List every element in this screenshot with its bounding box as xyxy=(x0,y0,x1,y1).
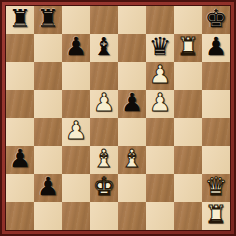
square-e5[interactable]: ♟ xyxy=(118,90,146,118)
square-e3[interactable]: ♝ xyxy=(118,146,146,174)
square-f7[interactable]: ♛ xyxy=(146,34,174,62)
square-a4[interactable] xyxy=(6,118,34,146)
black-rook-a8[interactable]: ♜ xyxy=(9,6,31,33)
square-a7[interactable] xyxy=(6,34,34,62)
square-a6[interactable] xyxy=(6,62,34,90)
square-d1[interactable] xyxy=(90,202,118,230)
white-king-d2[interactable]: ♚ xyxy=(93,174,115,201)
square-f5[interactable]: ♟ xyxy=(146,90,174,118)
square-d6[interactable] xyxy=(90,62,118,90)
square-h5[interactable] xyxy=(202,90,230,118)
square-b8[interactable]: ♜ xyxy=(34,6,62,34)
square-g6[interactable] xyxy=(174,62,202,90)
square-a2[interactable] xyxy=(6,174,34,202)
square-b4[interactable] xyxy=(34,118,62,146)
square-g7[interactable]: ♜ xyxy=(174,34,202,62)
square-h1[interactable]: ♜ xyxy=(202,202,230,230)
square-d2[interactable]: ♚ xyxy=(90,174,118,202)
square-b2[interactable]: ♟ xyxy=(34,174,62,202)
square-h4[interactable] xyxy=(202,118,230,146)
square-d4[interactable] xyxy=(90,118,118,146)
square-e6[interactable] xyxy=(118,62,146,90)
white-bishop-e3[interactable]: ♝ xyxy=(121,146,143,173)
white-pawn-d5[interactable]: ♟ xyxy=(93,90,115,117)
square-b1[interactable] xyxy=(34,202,62,230)
square-c6[interactable] xyxy=(62,62,90,90)
square-b6[interactable] xyxy=(34,62,62,90)
square-d5[interactable]: ♟ xyxy=(90,90,118,118)
square-c5[interactable] xyxy=(62,90,90,118)
square-e1[interactable] xyxy=(118,202,146,230)
chess-board-frame: ♜♜♚♟♝♛♜♟♟♟♟♟♟♟♝♝♟♚♛♜ xyxy=(0,0,236,236)
square-h8[interactable]: ♚ xyxy=(202,6,230,34)
white-pawn-f6[interactable]: ♟ xyxy=(149,62,171,89)
square-f6[interactable]: ♟ xyxy=(146,62,174,90)
square-h2[interactable]: ♛ xyxy=(202,174,230,202)
square-a1[interactable] xyxy=(6,202,34,230)
black-pawn-c7[interactable]: ♟ xyxy=(65,34,87,61)
chess-board: ♜♜♚♟♝♛♜♟♟♟♟♟♟♟♝♝♟♚♛♜ xyxy=(6,6,230,230)
square-f8[interactable] xyxy=(146,6,174,34)
square-d3[interactable]: ♝ xyxy=(90,146,118,174)
square-b7[interactable] xyxy=(34,34,62,62)
square-e8[interactable] xyxy=(118,6,146,34)
square-f3[interactable] xyxy=(146,146,174,174)
square-c7[interactable]: ♟ xyxy=(62,34,90,62)
square-d7[interactable]: ♝ xyxy=(90,34,118,62)
square-e4[interactable] xyxy=(118,118,146,146)
square-c2[interactable] xyxy=(62,174,90,202)
black-rook-b8[interactable]: ♜ xyxy=(37,6,59,33)
black-bishop-d7[interactable]: ♝ xyxy=(93,34,115,61)
square-f2[interactable] xyxy=(146,174,174,202)
black-pawn-b2[interactable]: ♟ xyxy=(37,174,59,201)
square-c1[interactable] xyxy=(62,202,90,230)
square-h6[interactable] xyxy=(202,62,230,90)
square-f1[interactable] xyxy=(146,202,174,230)
square-g2[interactable] xyxy=(174,174,202,202)
square-e2[interactable] xyxy=(118,174,146,202)
square-a5[interactable] xyxy=(6,90,34,118)
square-d8[interactable] xyxy=(90,6,118,34)
white-pawn-f5[interactable]: ♟ xyxy=(149,90,171,117)
square-g5[interactable] xyxy=(174,90,202,118)
square-a8[interactable]: ♜ xyxy=(6,6,34,34)
square-h7[interactable]: ♟ xyxy=(202,34,230,62)
white-rook-h1[interactable]: ♜ xyxy=(205,202,227,229)
white-pawn-c4[interactable]: ♟ xyxy=(65,118,87,145)
square-g4[interactable] xyxy=(174,118,202,146)
black-pawn-h7[interactable]: ♟ xyxy=(205,34,227,61)
square-b3[interactable] xyxy=(34,146,62,174)
black-king-h8[interactable]: ♚ xyxy=(205,6,227,33)
square-e7[interactable] xyxy=(118,34,146,62)
white-bishop-d3[interactable]: ♝ xyxy=(93,146,115,173)
square-g1[interactable] xyxy=(174,202,202,230)
black-pawn-e5[interactable]: ♟ xyxy=(121,90,143,117)
square-a3[interactable]: ♟ xyxy=(6,146,34,174)
square-c4[interactable]: ♟ xyxy=(62,118,90,146)
white-queen-h2[interactable]: ♛ xyxy=(205,174,227,201)
square-h3[interactable] xyxy=(202,146,230,174)
black-queen-f7[interactable]: ♛ xyxy=(149,34,171,61)
square-b5[interactable] xyxy=(34,90,62,118)
square-f4[interactable] xyxy=(146,118,174,146)
square-c8[interactable] xyxy=(62,6,90,34)
square-g8[interactable] xyxy=(174,6,202,34)
square-g3[interactable] xyxy=(174,146,202,174)
white-rook-g7[interactable]: ♜ xyxy=(177,34,199,61)
square-c3[interactable] xyxy=(62,146,90,174)
black-pawn-a3[interactable]: ♟ xyxy=(9,146,31,173)
